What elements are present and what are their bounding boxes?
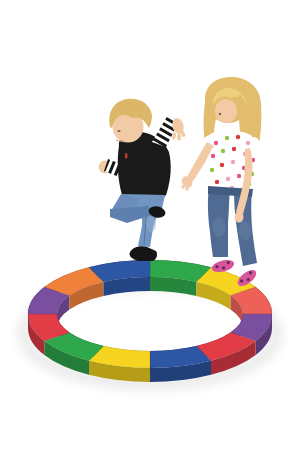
girl-face [215, 99, 237, 123]
boy-figure [99, 99, 186, 261]
polka-dot [226, 177, 230, 181]
girl-knee-right [239, 221, 252, 241]
product-photo [0, 0, 300, 450]
girl-eye [219, 113, 221, 115]
boy-knee-highlight [146, 216, 156, 232]
polka-dot [215, 180, 219, 184]
polka-dot [246, 141, 250, 145]
polka-dot [210, 168, 214, 172]
boy-standing-shoe [129, 246, 157, 261]
polka-dot [211, 154, 215, 158]
balance-ring [28, 260, 272, 382]
boy-shirt-logo [125, 153, 127, 159]
polka-dot [220, 163, 224, 167]
polka-dot [221, 149, 225, 153]
girl-knee-left [213, 217, 226, 237]
scene-illustration [0, 0, 300, 450]
boy-eye [117, 130, 120, 132]
polka-dot [232, 147, 236, 151]
girl-figure [179, 77, 262, 289]
polka-dot [231, 160, 235, 164]
girl-right-hand [235, 212, 244, 223]
polka-dot [236, 135, 240, 139]
polka-dot [237, 174, 241, 178]
polka-dot [214, 141, 218, 145]
polka-dot [225, 136, 229, 140]
